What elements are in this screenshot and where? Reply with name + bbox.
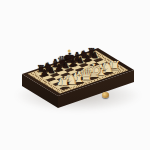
product-photo-stage: ♜♞♝♛♚♝♞♜♟♟♟♟♟♟♟♟♟♟♟♟♟♟♟♟♜♞♝♛♚♝♞♜ (0, 0, 150, 150)
king-finial-icon (68, 50, 71, 53)
brass-clasp-icon (102, 92, 109, 98)
